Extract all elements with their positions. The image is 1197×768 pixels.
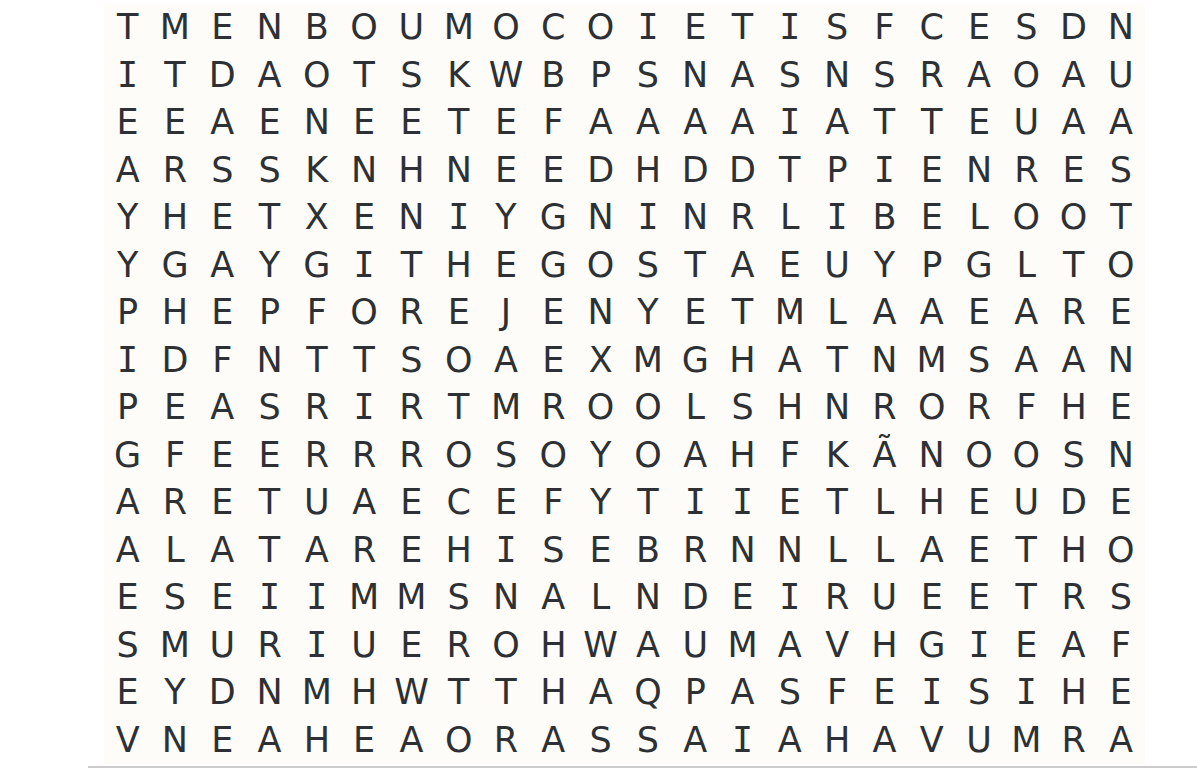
grid-cell-r6c18[interactable]: P — [908, 242, 955, 290]
grid-cell-r9c19[interactable]: R — [955, 384, 1002, 432]
grid-cell-r13c12[interactable]: N — [624, 574, 671, 622]
grid-cell-r12c15[interactable]: N — [766, 527, 813, 575]
grid-cell-r1c20[interactable]: S — [1003, 4, 1050, 52]
grid-cell-r10c21[interactable]: S — [1050, 432, 1097, 480]
grid-cell-r12c10[interactable]: S — [530, 527, 577, 575]
grid-cell-r1c5[interactable]: B — [293, 4, 340, 52]
grid-cell-r13c16[interactable]: R — [813, 574, 860, 622]
grid-cell-r4c7[interactable]: H — [388, 147, 435, 195]
grid-cell-r6c15[interactable]: E — [766, 242, 813, 290]
grid-cell-r8c7[interactable]: S — [388, 337, 435, 385]
grid-cell-r11c4[interactable]: T — [246, 479, 293, 527]
grid-cell-r9c15[interactable]: H — [766, 384, 813, 432]
grid-cell-r15c3[interactable]: D — [199, 669, 246, 717]
grid-cell-r5c7[interactable]: N — [388, 194, 435, 242]
grid-cell-r14c2[interactable]: M — [151, 622, 198, 670]
grid-cell-r8c6[interactable]: T — [340, 337, 387, 385]
grid-cell-r9c20[interactable]: F — [1003, 384, 1050, 432]
grid-cell-r5c19[interactable]: L — [955, 194, 1002, 242]
grid-cell-r8c21[interactable]: A — [1050, 337, 1097, 385]
grid-cell-r12c17[interactable]: L — [861, 527, 908, 575]
grid-cell-r1c3[interactable]: E — [199, 4, 246, 52]
grid-cell-r15c20[interactable]: I — [1003, 669, 1050, 717]
grid-cell-r2c16[interactable]: N — [813, 52, 860, 100]
grid-cell-r8c11[interactable]: X — [577, 337, 624, 385]
grid-cell-r14c10[interactable]: H — [530, 622, 577, 670]
grid-cell-r4c1[interactable]: A — [104, 147, 151, 195]
grid-cell-r2c2[interactable]: T — [151, 52, 198, 100]
grid-cell-r2c11[interactable]: P — [577, 52, 624, 100]
grid-cell-r8c5[interactable]: T — [293, 337, 340, 385]
grid-cell-r1c9[interactable]: O — [482, 4, 529, 52]
grid-cell-r8c10[interactable]: E — [530, 337, 577, 385]
grid-cell-r16c17[interactable]: A — [861, 717, 908, 765]
grid-cell-r5c20[interactable]: O — [1003, 194, 1050, 242]
grid-cell-r2c8[interactable]: K — [435, 52, 482, 100]
grid-cell-r11c10[interactable]: F — [530, 479, 577, 527]
grid-cell-r7c7[interactable]: R — [388, 289, 435, 337]
grid-cell-r9c7[interactable]: R — [388, 384, 435, 432]
grid-cell-r16c10[interactable]: A — [530, 717, 577, 765]
grid-cell-r9c13[interactable]: L — [672, 384, 719, 432]
grid-cell-r14c8[interactable]: R — [435, 622, 482, 670]
grid-cell-r11c18[interactable]: H — [908, 479, 955, 527]
grid-cell-r8c13[interactable]: G — [672, 337, 719, 385]
grid-cell-r5c22[interactable]: T — [1097, 194, 1144, 242]
grid-cell-r4c10[interactable]: E — [530, 147, 577, 195]
grid-cell-r14c22[interactable]: F — [1097, 622, 1144, 670]
grid-cell-r4c21[interactable]: E — [1050, 147, 1097, 195]
grid-cell-r16c9[interactable]: R — [482, 717, 529, 765]
grid-cell-r7c17[interactable]: A — [861, 289, 908, 337]
grid-cell-r13c22[interactable]: S — [1097, 574, 1144, 622]
grid-cell-r9c16[interactable]: N — [813, 384, 860, 432]
grid-cell-r11c17[interactable]: L — [861, 479, 908, 527]
grid-cell-r16c2[interactable]: N — [151, 717, 198, 765]
grid-cell-r13c5[interactable]: I — [293, 574, 340, 622]
grid-cell-r12c13[interactable]: R — [672, 527, 719, 575]
grid-cell-r9c12[interactable]: O — [624, 384, 671, 432]
grid-cell-r13c20[interactable]: T — [1003, 574, 1050, 622]
grid-cell-r14c21[interactable]: A — [1050, 622, 1097, 670]
grid-cell-r14c15[interactable]: A — [766, 622, 813, 670]
grid-cell-r7c20[interactable]: A — [1003, 289, 1050, 337]
grid-cell-r16c7[interactable]: A — [388, 717, 435, 765]
grid-cell-r11c13[interactable]: I — [672, 479, 719, 527]
grid-cell-r7c6[interactable]: O — [340, 289, 387, 337]
grid-cell-r11c5[interactable]: U — [293, 479, 340, 527]
grid-cell-r11c16[interactable]: T — [813, 479, 860, 527]
grid-cell-r16c21[interactable]: R — [1050, 717, 1097, 765]
grid-cell-r1c22[interactable]: N — [1097, 4, 1144, 52]
grid-cell-r15c1[interactable]: E — [104, 669, 151, 717]
grid-cell-r1c10[interactable]: C — [530, 4, 577, 52]
grid-cell-r16c20[interactable]: M — [1003, 717, 1050, 765]
grid-cell-r14c4[interactable]: R — [246, 622, 293, 670]
grid-cell-r3c20[interactable]: U — [1003, 99, 1050, 147]
grid-cell-r4c19[interactable]: N — [955, 147, 1002, 195]
grid-cell-r7c18[interactable]: A — [908, 289, 955, 337]
grid-cell-r10c14[interactable]: H — [719, 432, 766, 480]
grid-cell-r14c12[interactable]: A — [624, 622, 671, 670]
grid-cell-r13c21[interactable]: R — [1050, 574, 1097, 622]
grid-cell-r11c20[interactable]: U — [1003, 479, 1050, 527]
grid-cell-r7c15[interactable]: M — [766, 289, 813, 337]
grid-cell-r16c15[interactable]: A — [766, 717, 813, 765]
grid-cell-r7c1[interactable]: P — [104, 289, 151, 337]
grid-cell-r4c13[interactable]: D — [672, 147, 719, 195]
grid-cell-r15c22[interactable]: E — [1097, 669, 1144, 717]
grid-cell-r3c11[interactable]: A — [577, 99, 624, 147]
grid-cell-r5c15[interactable]: L — [766, 194, 813, 242]
grid-cell-r14c18[interactable]: G — [908, 622, 955, 670]
grid-cell-r2c10[interactable]: B — [530, 52, 577, 100]
grid-cell-r16c19[interactable]: U — [955, 717, 1002, 765]
grid-cell-r10c8[interactable]: O — [435, 432, 482, 480]
grid-cell-r15c6[interactable]: H — [340, 669, 387, 717]
grid-cell-r9c9[interactable]: M — [482, 384, 529, 432]
grid-cell-r10c22[interactable]: N — [1097, 432, 1144, 480]
grid-cell-r5c11[interactable]: N — [577, 194, 624, 242]
grid-cell-r5c10[interactable]: G — [530, 194, 577, 242]
grid-cell-r10c20[interactable]: O — [1003, 432, 1050, 480]
grid-cell-r6c1[interactable]: Y — [104, 242, 151, 290]
grid-cell-r13c15[interactable]: I — [766, 574, 813, 622]
grid-cell-r8c14[interactable]: H — [719, 337, 766, 385]
grid-cell-r7c13[interactable]: E — [672, 289, 719, 337]
grid-cell-r1c15[interactable]: I — [766, 4, 813, 52]
grid-cell-r13c3[interactable]: E — [199, 574, 246, 622]
grid-cell-r3c14[interactable]: A — [719, 99, 766, 147]
grid-cell-r11c19[interactable]: E — [955, 479, 1002, 527]
grid-cell-r13c18[interactable]: E — [908, 574, 955, 622]
grid-cell-r11c11[interactable]: Y — [577, 479, 624, 527]
grid-cell-r4c22[interactable]: S — [1097, 147, 1144, 195]
grid-cell-r5c1[interactable]: Y — [104, 194, 151, 242]
grid-cell-r11c21[interactable]: D — [1050, 479, 1097, 527]
grid-cell-r9c22[interactable]: E — [1097, 384, 1144, 432]
grid-cell-r10c19[interactable]: O — [955, 432, 1002, 480]
grid-cell-r15c12[interactable]: Q — [624, 669, 671, 717]
grid-cell-r2c21[interactable]: A — [1050, 52, 1097, 100]
grid-cell-r15c16[interactable]: F — [813, 669, 860, 717]
grid-cell-r8c9[interactable]: A — [482, 337, 529, 385]
grid-cell-r7c8[interactable]: E — [435, 289, 482, 337]
grid-cell-r6c8[interactable]: H — [435, 242, 482, 290]
grid-cell-r10c3[interactable]: E — [199, 432, 246, 480]
grid-cell-r13c2[interactable]: S — [151, 574, 198, 622]
grid-cell-r2c14[interactable]: A — [719, 52, 766, 100]
grid-cell-r3c12[interactable]: A — [624, 99, 671, 147]
grid-cell-r1c2[interactable]: M — [151, 4, 198, 52]
grid-cell-r2c22[interactable]: U — [1097, 52, 1144, 100]
grid-cell-r8c19[interactable]: S — [955, 337, 1002, 385]
grid-cell-r14c17[interactable]: H — [861, 622, 908, 670]
grid-cell-r4c12[interactable]: H — [624, 147, 671, 195]
grid-cell-r10c17[interactable]: Ã — [861, 432, 908, 480]
grid-cell-r1c14[interactable]: T — [719, 4, 766, 52]
grid-cell-r8c12[interactable]: M — [624, 337, 671, 385]
grid-cell-r6c17[interactable]: Y — [861, 242, 908, 290]
grid-cell-r9c18[interactable]: O — [908, 384, 955, 432]
grid-cell-r13c17[interactable]: U — [861, 574, 908, 622]
grid-cell-r2c5[interactable]: O — [293, 52, 340, 100]
grid-cell-r4c18[interactable]: E — [908, 147, 955, 195]
grid-cell-r5c18[interactable]: E — [908, 194, 955, 242]
grid-cell-r15c2[interactable]: Y — [151, 669, 198, 717]
grid-cell-r12c18[interactable]: A — [908, 527, 955, 575]
grid-cell-r13c7[interactable]: M — [388, 574, 435, 622]
grid-cell-r7c4[interactable]: P — [246, 289, 293, 337]
grid-cell-r13c11[interactable]: L — [577, 574, 624, 622]
grid-cell-r3c17[interactable]: T — [861, 99, 908, 147]
grid-cell-r15c9[interactable]: T — [482, 669, 529, 717]
grid-cell-r4c15[interactable]: T — [766, 147, 813, 195]
grid-cell-r12c6[interactable]: R — [340, 527, 387, 575]
grid-cell-r12c8[interactable]: H — [435, 527, 482, 575]
grid-cell-r8c3[interactable]: F — [199, 337, 246, 385]
grid-cell-r2c20[interactable]: O — [1003, 52, 1050, 100]
grid-cell-r2c1[interactable]: I — [104, 52, 151, 100]
grid-cell-r11c8[interactable]: C — [435, 479, 482, 527]
grid-cell-r8c1[interactable]: I — [104, 337, 151, 385]
grid-cell-r14c16[interactable]: V — [813, 622, 860, 670]
grid-cell-r16c11[interactable]: S — [577, 717, 624, 765]
grid-cell-r13c14[interactable]: E — [719, 574, 766, 622]
grid-cell-r12c9[interactable]: I — [482, 527, 529, 575]
grid-cell-r9c3[interactable]: A — [199, 384, 246, 432]
grid-cell-r1c8[interactable]: M — [435, 4, 482, 52]
grid-cell-r1c16[interactable]: S — [813, 4, 860, 52]
grid-cell-r6c16[interactable]: U — [813, 242, 860, 290]
grid-cell-r13c8[interactable]: S — [435, 574, 482, 622]
grid-cell-r2c12[interactable]: S — [624, 52, 671, 100]
grid-cell-r6c10[interactable]: G — [530, 242, 577, 290]
grid-cell-r3c8[interactable]: T — [435, 99, 482, 147]
grid-cell-r7c19[interactable]: E — [955, 289, 1002, 337]
grid-cell-r4c14[interactable]: D — [719, 147, 766, 195]
grid-cell-r14c1[interactable]: S — [104, 622, 151, 670]
grid-cell-r6c3[interactable]: A — [199, 242, 246, 290]
grid-cell-r2c17[interactable]: S — [861, 52, 908, 100]
grid-cell-r4c20[interactable]: R — [1003, 147, 1050, 195]
grid-cell-r14c9[interactable]: O — [482, 622, 529, 670]
grid-cell-r15c7[interactable]: W — [388, 669, 435, 717]
grid-cell-r2c4[interactable]: A — [246, 52, 293, 100]
grid-cell-r3c15[interactable]: I — [766, 99, 813, 147]
grid-cell-r5c17[interactable]: B — [861, 194, 908, 242]
grid-cell-r5c12[interactable]: I — [624, 194, 671, 242]
grid-cell-r8c17[interactable]: N — [861, 337, 908, 385]
grid-cell-r4c16[interactable]: P — [813, 147, 860, 195]
grid-cell-r10c6[interactable]: R — [340, 432, 387, 480]
grid-cell-r8c2[interactable]: D — [151, 337, 198, 385]
grid-cell-r4c8[interactable]: N — [435, 147, 482, 195]
grid-cell-r9c1[interactable]: P — [104, 384, 151, 432]
grid-cell-r6c21[interactable]: T — [1050, 242, 1097, 290]
grid-cell-r13c9[interactable]: N — [482, 574, 529, 622]
grid-cell-r12c7[interactable]: E — [388, 527, 435, 575]
grid-cell-r2c13[interactable]: N — [672, 52, 719, 100]
grid-cell-r4c4[interactable]: S — [246, 147, 293, 195]
grid-cell-r5c14[interactable]: R — [719, 194, 766, 242]
grid-cell-r6c13[interactable]: T — [672, 242, 719, 290]
grid-cell-r14c6[interactable]: U — [340, 622, 387, 670]
grid-cell-r12c16[interactable]: L — [813, 527, 860, 575]
grid-cell-r15c15[interactable]: S — [766, 669, 813, 717]
grid-cell-r7c3[interactable]: E — [199, 289, 246, 337]
grid-cell-r16c3[interactable]: E — [199, 717, 246, 765]
grid-cell-r14c20[interactable]: E — [1003, 622, 1050, 670]
grid-cell-r15c5[interactable]: M — [293, 669, 340, 717]
grid-cell-r5c3[interactable]: E — [199, 194, 246, 242]
grid-cell-r5c6[interactable]: E — [340, 194, 387, 242]
grid-cell-r5c21[interactable]: O — [1050, 194, 1097, 242]
grid-cell-r5c16[interactable]: I — [813, 194, 860, 242]
grid-cell-r3c10[interactable]: F — [530, 99, 577, 147]
grid-cell-r5c13[interactable]: N — [672, 194, 719, 242]
grid-cell-r3c19[interactable]: E — [955, 99, 1002, 147]
grid-cell-r3c16[interactable]: A — [813, 99, 860, 147]
grid-cell-r2c3[interactable]: D — [199, 52, 246, 100]
grid-cell-r16c8[interactable]: O — [435, 717, 482, 765]
grid-cell-r14c3[interactable]: U — [199, 622, 246, 670]
grid-cell-r3c6[interactable]: E — [340, 99, 387, 147]
grid-cell-r9c6[interactable]: I — [340, 384, 387, 432]
grid-cell-r10c15[interactable]: F — [766, 432, 813, 480]
grid-cell-r16c1[interactable]: V — [104, 717, 151, 765]
grid-cell-r12c21[interactable]: H — [1050, 527, 1097, 575]
grid-cell-r2c15[interactable]: S — [766, 52, 813, 100]
grid-cell-r1c7[interactable]: U — [388, 4, 435, 52]
grid-cell-r7c2[interactable]: H — [151, 289, 198, 337]
grid-cell-r9c4[interactable]: S — [246, 384, 293, 432]
grid-cell-r1c12[interactable]: I — [624, 4, 671, 52]
grid-cell-r6c11[interactable]: O — [577, 242, 624, 290]
grid-cell-r7c11[interactable]: N — [577, 289, 624, 337]
grid-cell-r11c1[interactable]: A — [104, 479, 151, 527]
grid-cell-r14c14[interactable]: M — [719, 622, 766, 670]
grid-cell-r15c4[interactable]: N — [246, 669, 293, 717]
grid-cell-r15c14[interactable]: A — [719, 669, 766, 717]
grid-cell-r13c4[interactable]: I — [246, 574, 293, 622]
grid-cell-r16c16[interactable]: H — [813, 717, 860, 765]
grid-cell-r1c21[interactable]: D — [1050, 4, 1097, 52]
grid-cell-r4c3[interactable]: S — [199, 147, 246, 195]
grid-cell-r5c2[interactable]: H — [151, 194, 198, 242]
grid-cell-r10c16[interactable]: K — [813, 432, 860, 480]
grid-cell-r4c17[interactable]: I — [861, 147, 908, 195]
grid-cell-r2c6[interactable]: T — [340, 52, 387, 100]
grid-cell-r6c22[interactable]: O — [1097, 242, 1144, 290]
grid-cell-r8c18[interactable]: M — [908, 337, 955, 385]
grid-cell-r12c20[interactable]: T — [1003, 527, 1050, 575]
grid-cell-r1c11[interactable]: O — [577, 4, 624, 52]
grid-cell-r6c14[interactable]: A — [719, 242, 766, 290]
grid-cell-r5c5[interactable]: X — [293, 194, 340, 242]
grid-cell-r8c15[interactable]: A — [766, 337, 813, 385]
grid-cell-r12c4[interactable]: T — [246, 527, 293, 575]
grid-cell-r3c13[interactable]: A — [672, 99, 719, 147]
grid-cell-r14c11[interactable]: W — [577, 622, 624, 670]
grid-cell-r7c10[interactable]: E — [530, 289, 577, 337]
grid-cell-r11c7[interactable]: E — [388, 479, 435, 527]
grid-cell-r1c19[interactable]: E — [955, 4, 1002, 52]
grid-cell-r3c2[interactable]: E — [151, 99, 198, 147]
grid-cell-r4c9[interactable]: E — [482, 147, 529, 195]
grid-cell-r8c20[interactable]: A — [1003, 337, 1050, 385]
grid-cell-r8c16[interactable]: T — [813, 337, 860, 385]
grid-cell-r16c12[interactable]: S — [624, 717, 671, 765]
grid-cell-r12c14[interactable]: N — [719, 527, 766, 575]
grid-cell-r13c1[interactable]: E — [104, 574, 151, 622]
grid-cell-r9c5[interactable]: R — [293, 384, 340, 432]
grid-cell-r11c22[interactable]: E — [1097, 479, 1144, 527]
grid-cell-r13c6[interactable]: M — [340, 574, 387, 622]
grid-cell-r7c22[interactable]: E — [1097, 289, 1144, 337]
grid-cell-r14c7[interactable]: E — [388, 622, 435, 670]
grid-cell-r11c3[interactable]: E — [199, 479, 246, 527]
grid-cell-r6c2[interactable]: G — [151, 242, 198, 290]
grid-cell-r11c12[interactable]: T — [624, 479, 671, 527]
grid-cell-r11c15[interactable]: E — [766, 479, 813, 527]
grid-cell-r12c1[interactable]: A — [104, 527, 151, 575]
grid-cell-r7c5[interactable]: F — [293, 289, 340, 337]
grid-cell-r10c4[interactable]: E — [246, 432, 293, 480]
grid-cell-r9c11[interactable]: O — [577, 384, 624, 432]
grid-cell-r9c2[interactable]: E — [151, 384, 198, 432]
grid-cell-r6c7[interactable]: T — [388, 242, 435, 290]
grid-cell-r14c13[interactable]: U — [672, 622, 719, 670]
grid-cell-r16c4[interactable]: A — [246, 717, 293, 765]
grid-cell-r1c18[interactable]: C — [908, 4, 955, 52]
grid-cell-r2c7[interactable]: S — [388, 52, 435, 100]
grid-cell-r7c9[interactable]: J — [482, 289, 529, 337]
grid-cell-r10c13[interactable]: A — [672, 432, 719, 480]
grid-cell-r10c12[interactable]: O — [624, 432, 671, 480]
grid-cell-r3c21[interactable]: A — [1050, 99, 1097, 147]
grid-cell-r13c10[interactable]: A — [530, 574, 577, 622]
grid-cell-r3c1[interactable]: E — [104, 99, 151, 147]
grid-cell-r15c19[interactable]: S — [955, 669, 1002, 717]
grid-cell-r11c9[interactable]: E — [482, 479, 529, 527]
grid-cell-r6c6[interactable]: I — [340, 242, 387, 290]
grid-cell-r9c21[interactable]: H — [1050, 384, 1097, 432]
grid-cell-r16c22[interactable]: A — [1097, 717, 1144, 765]
grid-cell-r7c14[interactable]: T — [719, 289, 766, 337]
grid-cell-r10c2[interactable]: F — [151, 432, 198, 480]
grid-cell-r15c21[interactable]: H — [1050, 669, 1097, 717]
grid-cell-r2c9[interactable]: W — [482, 52, 529, 100]
grid-cell-r15c18[interactable]: I — [908, 669, 955, 717]
grid-cell-r16c6[interactable]: E — [340, 717, 387, 765]
grid-cell-r12c12[interactable]: B — [624, 527, 671, 575]
grid-cell-r12c2[interactable]: L — [151, 527, 198, 575]
grid-cell-r15c17[interactable]: E — [861, 669, 908, 717]
grid-cell-r13c19[interactable]: E — [955, 574, 1002, 622]
grid-cell-r3c22[interactable]: A — [1097, 99, 1144, 147]
grid-cell-r15c10[interactable]: H — [530, 669, 577, 717]
grid-cell-r7c21[interactable]: R — [1050, 289, 1097, 337]
grid-cell-r16c13[interactable]: A — [672, 717, 719, 765]
grid-cell-r3c7[interactable]: E — [388, 99, 435, 147]
grid-cell-r6c9[interactable]: E — [482, 242, 529, 290]
grid-cell-r10c5[interactable]: R — [293, 432, 340, 480]
grid-cell-r15c11[interactable]: A — [577, 669, 624, 717]
grid-cell-r14c5[interactable]: I — [293, 622, 340, 670]
grid-cell-r5c4[interactable]: T — [246, 194, 293, 242]
grid-cell-r6c19[interactable]: G — [955, 242, 1002, 290]
